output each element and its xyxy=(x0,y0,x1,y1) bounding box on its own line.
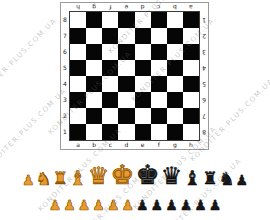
black-queen-piece: ♛ xyxy=(161,167,183,186)
square-a7 xyxy=(70,28,86,44)
coord-label: 5 xyxy=(61,60,69,76)
square-d3 xyxy=(118,92,134,108)
square-d1 xyxy=(118,124,134,140)
square-a6 xyxy=(70,44,86,60)
square-f5 xyxy=(151,60,167,76)
square-e6 xyxy=(135,44,151,60)
square-a3 xyxy=(70,92,86,108)
coord-label: b xyxy=(86,141,102,149)
square-d4 xyxy=(118,76,134,92)
square-c5 xyxy=(102,60,118,76)
white-pawn-piece: ♟ xyxy=(78,200,91,211)
piece-row-major: ♟♞♜♝♛♚♚♛♝♜♞♟ xyxy=(0,149,270,186)
square-g1 xyxy=(167,124,183,140)
square-g3 xyxy=(167,92,183,108)
square-h3 xyxy=(183,92,199,108)
board-grid xyxy=(69,11,200,141)
coord-label: 2 xyxy=(200,28,208,44)
square-c2 xyxy=(102,108,118,124)
black-knight-piece: ♞ xyxy=(218,172,234,186)
coord-label: e xyxy=(118,3,134,11)
chessboard: abcdefgh abcdefgh 87654321 87654321 xyxy=(60,2,209,150)
square-e4 xyxy=(135,76,151,92)
coord-label: h xyxy=(70,3,86,11)
square-b1 xyxy=(86,124,102,140)
square-g2 xyxy=(167,108,183,124)
white-queen-piece: ♛ xyxy=(88,167,110,186)
white-knight-piece: ♞ xyxy=(35,172,51,186)
square-f7 xyxy=(151,28,167,44)
coord-label: 8 xyxy=(200,124,208,140)
square-g7 xyxy=(167,28,183,44)
square-a2 xyxy=(70,108,86,124)
square-b7 xyxy=(86,28,102,44)
coord-label: a xyxy=(70,141,86,149)
coord-label: g xyxy=(86,3,102,11)
chess-set-product-photo: abcdefgh abcdefgh 87654321 87654321 ♟♞♜♝… xyxy=(0,0,270,220)
white-pawn-piece: ♟ xyxy=(22,175,35,186)
square-d5 xyxy=(118,60,134,76)
square-c6 xyxy=(102,44,118,60)
square-b2 xyxy=(86,108,102,124)
square-g5 xyxy=(167,60,183,76)
square-c4 xyxy=(102,76,118,92)
square-d6 xyxy=(118,44,134,60)
coord-label: 3 xyxy=(61,92,69,108)
square-h5 xyxy=(183,60,199,76)
square-e1 xyxy=(135,124,151,140)
white-pawn-piece: ♟ xyxy=(107,200,120,211)
coord-label: 3 xyxy=(200,44,208,60)
black-pawn-piece: ♟ xyxy=(209,200,222,211)
coord-label: a xyxy=(183,3,199,11)
square-a1 xyxy=(70,124,86,140)
coord-label: 7 xyxy=(200,108,208,124)
rank-labels-right: 87654321 xyxy=(200,12,208,140)
black-pawn-piece: ♟ xyxy=(236,175,249,186)
coord-label: h xyxy=(183,141,199,149)
square-h2 xyxy=(183,108,199,124)
black-pawn-piece: ♟ xyxy=(165,200,178,211)
square-c3 xyxy=(102,92,118,108)
white-rook-piece: ♜ xyxy=(53,172,68,186)
black-king-piece: ♚ xyxy=(136,164,160,186)
white-bishop-piece: ♝ xyxy=(69,170,87,186)
coord-label: f xyxy=(102,3,118,11)
square-f4 xyxy=(151,76,167,92)
square-h7 xyxy=(183,28,199,44)
square-c1 xyxy=(102,124,118,140)
file-labels-bottom: abcdefgh xyxy=(70,141,199,149)
white-pawn-piece: ♟ xyxy=(63,200,76,211)
square-h4 xyxy=(183,76,199,92)
coord-label: c xyxy=(151,3,167,11)
coord-label: d xyxy=(135,3,151,11)
coord-label: b xyxy=(167,3,183,11)
coord-label: e xyxy=(135,141,151,149)
black-pawn-piece: ♟ xyxy=(136,200,149,211)
square-b3 xyxy=(86,92,102,108)
square-d7 xyxy=(118,28,134,44)
black-pawn-piece: ♟ xyxy=(180,200,193,211)
square-b4 xyxy=(86,76,102,92)
square-e7 xyxy=(135,28,151,44)
white-pawn-piece: ♟ xyxy=(92,200,105,211)
coord-label: 1 xyxy=(200,12,208,28)
square-h6 xyxy=(183,44,199,60)
square-e5 xyxy=(135,60,151,76)
square-f3 xyxy=(151,92,167,108)
coord-label: 4 xyxy=(61,76,69,92)
square-f2 xyxy=(151,108,167,124)
coord-label: 6 xyxy=(200,92,208,108)
square-f6 xyxy=(151,44,167,60)
white-pawn-piece: ♟ xyxy=(49,200,62,211)
coord-label: g xyxy=(167,141,183,149)
square-a5 xyxy=(70,60,86,76)
coord-label: 7 xyxy=(61,28,69,44)
black-rook-piece: ♜ xyxy=(202,172,217,186)
coord-label: 2 xyxy=(61,108,69,124)
piece-set: ♟♞♜♝♛♚♚♛♝♜♞♟ ♟♟♟♟♟♟♟♟♟♟♟♟ xyxy=(0,149,270,211)
white-pawn-piece: ♟ xyxy=(121,200,134,211)
square-c7 xyxy=(102,28,118,44)
square-f8 xyxy=(151,12,167,28)
square-b5 xyxy=(86,60,102,76)
file-labels-top: abcdefgh xyxy=(70,3,199,11)
square-e2 xyxy=(135,108,151,124)
square-f1 xyxy=(151,124,167,140)
square-b8 xyxy=(86,12,102,28)
square-b6 xyxy=(86,44,102,60)
square-d8 xyxy=(118,12,134,28)
coord-label: c xyxy=(102,141,118,149)
square-c8 xyxy=(102,12,118,28)
coord-label: d xyxy=(118,141,134,149)
black-pawn-piece: ♟ xyxy=(151,200,164,211)
coord-label: 5 xyxy=(200,76,208,92)
square-h1 xyxy=(183,124,199,140)
square-a8 xyxy=(70,12,86,28)
square-e3 xyxy=(135,92,151,108)
square-g4 xyxy=(167,76,183,92)
square-a4 xyxy=(70,76,86,92)
watermark-text: KONDITER-PLUS.COM.UA xyxy=(0,17,58,104)
square-g6 xyxy=(167,44,183,60)
coord-label: 8 xyxy=(61,12,69,28)
coord-label: f xyxy=(151,141,167,149)
square-d2 xyxy=(118,108,134,124)
piece-row-pawns: ♟♟♟♟♟♟♟♟♟♟♟♟ xyxy=(0,187,270,211)
square-g8 xyxy=(167,12,183,28)
white-king-piece: ♚ xyxy=(110,164,134,186)
black-pawn-piece: ♟ xyxy=(194,200,207,211)
square-h8 xyxy=(183,12,199,28)
black-bishop-piece: ♝ xyxy=(183,170,201,186)
rank-labels-left: 87654321 xyxy=(61,12,69,140)
coord-label: 6 xyxy=(61,44,69,60)
coord-label: 4 xyxy=(200,60,208,76)
coord-label: 1 xyxy=(61,124,69,140)
square-e8 xyxy=(135,12,151,28)
